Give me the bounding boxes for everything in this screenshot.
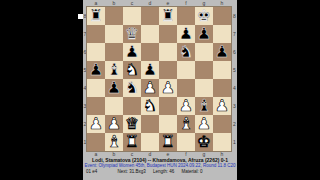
black-knight-f6: ♞ (179, 43, 193, 61)
square-e5[interactable] (159, 61, 177, 79)
square-b4[interactable]: ♟ (105, 79, 123, 97)
square-e7[interactable] (159, 25, 177, 43)
square-h8[interactable] (213, 7, 231, 25)
square-h4[interactable] (213, 79, 231, 97)
square-g4[interactable] (195, 79, 213, 97)
file-label-b: b (105, 0, 123, 6)
black-pawn-c6: ♟ (125, 43, 139, 61)
square-d4[interactable]: ♟ (141, 79, 159, 97)
square-d8[interactable] (141, 7, 159, 25)
white-pawn-a2: ♟ (89, 115, 103, 133)
square-a4[interactable] (87, 79, 105, 97)
square-c3[interactable] (123, 97, 141, 115)
white-pawn-g2: ♟ (197, 115, 211, 133)
square-a5[interactable]: ♟ (87, 61, 105, 79)
square-a7[interactable] (87, 25, 105, 43)
square-f5[interactable] (177, 61, 195, 79)
white-pawn-e4: ♟ (161, 79, 175, 97)
square-c6[interactable]: ♟ (123, 43, 141, 61)
square-h6[interactable]: ♟ (213, 43, 231, 61)
rank-label-6: 6 (232, 43, 237, 61)
square-e6[interactable] (159, 43, 177, 61)
square-g8[interactable]: ♚ (195, 7, 213, 25)
square-a8[interactable]: ♜ (87, 7, 105, 25)
chess-board: ♜♜♚♛♟♟♟♞♟♟♝♞♟♟♞♟♟♞♟♝♟♟♟♛♝♟♝♜♜♚ (87, 7, 231, 151)
square-b1[interactable]: ♝ (105, 133, 123, 151)
white-pawn-f3: ♟ (179, 97, 193, 115)
square-c4[interactable]: ♞ (123, 79, 141, 97)
square-b6[interactable] (105, 43, 123, 61)
black-bishop-g3: ♝ (197, 97, 211, 115)
square-b5[interactable]: ♝ (105, 61, 123, 79)
white-rook-c1: ♜ (125, 133, 139, 151)
file-label-h: h (213, 0, 231, 6)
white-rook-e1: ♜ (161, 133, 175, 151)
white-pawn-b2: ♟ (107, 115, 121, 133)
white-knight-c5: ♞ (125, 61, 139, 79)
square-f1[interactable] (177, 133, 195, 151)
white-queen-c2: ♛ (125, 115, 139, 133)
black-queen-c7: ♛ (125, 25, 139, 43)
square-h2[interactable] (213, 115, 231, 133)
square-d7[interactable] (141, 25, 159, 43)
file-label-d: d (141, 0, 159, 6)
event-line: Event: Olympiad Women 45th, Budapest HUN… (83, 163, 237, 168)
black-pawn-d5: ♟ (143, 61, 157, 79)
white-pawn-d4: ♟ (143, 79, 157, 97)
white-bishop-b1: ♝ (107, 133, 121, 151)
white-bishop-f2: ♝ (179, 115, 193, 133)
material-balance-label: Material: 0 (182, 169, 203, 174)
white-knight-d3: ♞ (143, 97, 157, 115)
white-king-g1: ♚ (197, 133, 211, 151)
square-c2[interactable]: ♛ (123, 115, 141, 133)
black-rook-e8: ♜ (161, 7, 175, 25)
square-h1[interactable] (213, 133, 231, 151)
square-f3[interactable]: ♟ (177, 97, 195, 115)
square-e2[interactable] (159, 115, 177, 133)
square-b8[interactable] (105, 7, 123, 25)
black-pawn-h6: ♟ (215, 43, 229, 61)
black-pawn-b4: ♟ (107, 79, 121, 97)
rank-labels-right: 87654321 (232, 7, 237, 151)
square-b7[interactable] (105, 25, 123, 43)
square-e4[interactable]: ♟ (159, 79, 177, 97)
square-a6[interactable] (87, 43, 105, 61)
square-d1[interactable] (141, 133, 159, 151)
black-pawn-a5: ♟ (89, 61, 103, 79)
black-bishop-b5: ♝ (107, 61, 121, 79)
rank-label-7: 7 (232, 25, 237, 43)
black-pawn-g7: ♟ (197, 25, 211, 43)
square-e3[interactable] (159, 97, 177, 115)
caption-area: Lodi, Stamatova (2104) -- Khamdamova, Af… (83, 157, 237, 175)
square-g2[interactable]: ♟ (195, 115, 213, 133)
square-d2[interactable] (141, 115, 159, 133)
square-f2[interactable]: ♝ (177, 115, 195, 133)
move-token: 01 e4 (86, 169, 97, 174)
square-f8[interactable] (177, 7, 195, 25)
black-king-g8: ♚ (197, 7, 211, 25)
square-g3[interactable]: ♝ (195, 97, 213, 115)
file-label-f: f (177, 0, 195, 6)
square-c1[interactable]: ♜ (123, 133, 141, 151)
square-e1[interactable]: ♜ (159, 133, 177, 151)
black-knight-c4: ♞ (125, 79, 139, 97)
square-a2[interactable]: ♟ (87, 115, 105, 133)
video-frame: abcdefgh 87654321 ♜♜♚♛♟♟♟♞♟♟♝♞♟♟♞♟♟♞♟♝♟♟… (83, 0, 237, 180)
rank-label-5: 5 (232, 61, 237, 79)
rank-label-3: 3 (232, 97, 237, 115)
square-d5[interactable]: ♟ (141, 61, 159, 79)
game-length-label: Length: 46 (153, 169, 174, 174)
square-c5[interactable]: ♞ (123, 61, 141, 79)
next-move-label: Next: 31.Bxg3 (117, 169, 145, 174)
square-h3[interactable]: ♟ (213, 97, 231, 115)
black-rook-a8: ♜ (89, 7, 103, 25)
file-label-c: c (123, 0, 141, 6)
square-f4[interactable] (177, 79, 195, 97)
square-a1[interactable] (87, 133, 105, 151)
rank-label-4: 4 (232, 79, 237, 97)
square-d6[interactable] (141, 43, 159, 61)
square-b3[interactable] (105, 97, 123, 115)
rank-label-2: 2 (232, 115, 237, 133)
square-g6[interactable] (195, 43, 213, 61)
square-b2[interactable]: ♟ (105, 115, 123, 133)
square-c7[interactable]: ♛ (123, 25, 141, 43)
square-c8[interactable] (123, 7, 141, 25)
black-pawn-f7: ♟ (179, 25, 193, 43)
square-h7[interactable] (213, 25, 231, 43)
square-h5[interactable] (213, 61, 231, 79)
square-g1[interactable]: ♚ (195, 133, 213, 151)
rank-label-8: 8 (232, 7, 237, 25)
rank-label-1: 1 (232, 133, 237, 151)
frame-edge-marker (78, 14, 83, 19)
square-f7[interactable]: ♟ (177, 25, 195, 43)
stats-line: Next: 31.Bxg3 Length: 46 Material: 0 (83, 169, 237, 174)
square-f6[interactable]: ♞ (177, 43, 195, 61)
white-pawn-h3: ♟ (215, 97, 229, 115)
square-e8[interactable]: ♜ (159, 7, 177, 25)
square-a3[interactable] (87, 97, 105, 115)
square-g5[interactable] (195, 61, 213, 79)
square-g7[interactable]: ♟ (195, 25, 213, 43)
square-d3[interactable]: ♞ (141, 97, 159, 115)
